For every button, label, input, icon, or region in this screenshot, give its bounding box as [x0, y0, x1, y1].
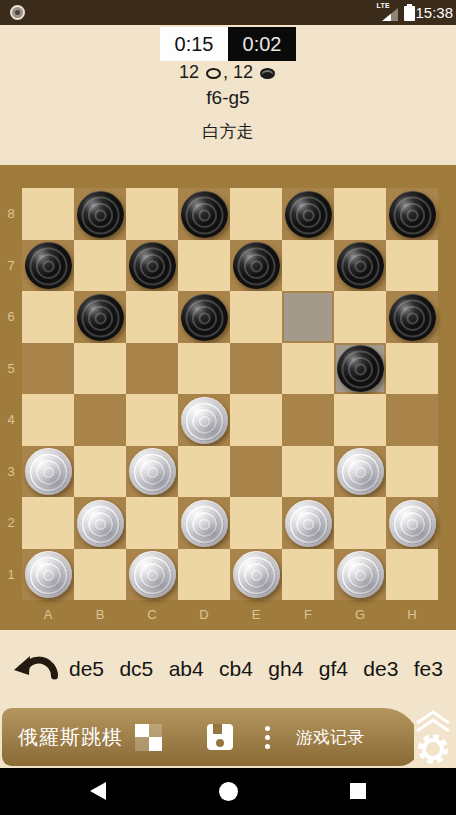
checkers-board: 87654321 ABCDEFGH	[0, 165, 456, 630]
square-h6[interactable]	[386, 291, 438, 343]
square-e5[interactable]	[230, 343, 282, 395]
rank-label-6: 6	[0, 291, 22, 343]
square-c8[interactable]	[126, 188, 178, 240]
board-grid	[22, 188, 438, 600]
square-d8[interactable]	[178, 188, 230, 240]
status-bar: LTE 15:38	[0, 0, 456, 25]
move-history-bar: de5dc5ab4cb4gh4gf4de3fe3	[0, 630, 456, 707]
file-label-C: C	[126, 605, 178, 625]
battery-icon	[404, 6, 415, 21]
square-d2[interactable]	[178, 497, 230, 549]
square-d5[interactable]	[178, 343, 230, 395]
black-count: , 12	[223, 62, 258, 82]
rank-label-8: 8	[0, 188, 22, 240]
square-g7[interactable]	[334, 240, 386, 292]
square-h3[interactable]	[386, 446, 438, 498]
black-man-g7[interactable]	[337, 242, 384, 289]
white-man-icon	[206, 68, 221, 79]
history-move-gf4[interactable]: gf4	[319, 657, 348, 681]
square-b8[interactable]	[74, 188, 126, 240]
black-man-icon	[260, 68, 275, 79]
history-move-fe3[interactable]: fe3	[414, 657, 443, 681]
square-b3[interactable]	[74, 446, 126, 498]
white-clock[interactable]: 0:15	[160, 27, 228, 61]
toolbar-bar: 俄羅斯跳棋 游戏记录	[2, 708, 420, 766]
app-title: 俄羅斯跳棋	[18, 724, 123, 751]
square-a5[interactable]	[22, 343, 74, 395]
file-label-G: G	[334, 605, 386, 625]
black-man-b8[interactable]	[77, 191, 124, 238]
square-e2[interactable]	[230, 497, 282, 549]
white-man-g1[interactable]	[337, 551, 384, 598]
rank-label-5: 5	[0, 343, 22, 395]
rank-label-3: 3	[0, 446, 22, 498]
square-b2[interactable]	[74, 497, 126, 549]
square-e7[interactable]	[230, 240, 282, 292]
square-f1[interactable]	[282, 549, 334, 601]
square-f3[interactable]	[282, 446, 334, 498]
clock-row: 0:15 0:02	[0, 25, 456, 60]
square-b4[interactable]	[74, 394, 126, 446]
square-f6[interactable]	[282, 291, 334, 343]
back-button[interactable]	[90, 782, 106, 800]
history-move-de5[interactable]: de5	[69, 657, 104, 681]
last-move: f6-g5	[0, 85, 456, 111]
history-move-de3[interactable]: de3	[363, 657, 398, 681]
square-g5[interactable]	[334, 343, 386, 395]
square-b6[interactable]	[74, 291, 126, 343]
white-man-g3[interactable]	[337, 448, 384, 495]
network-type-label: LTE	[376, 2, 390, 9]
white-man-c3[interactable]	[129, 448, 176, 495]
home-button[interactable]	[219, 782, 238, 801]
square-f4[interactable]	[282, 394, 334, 446]
history-move-ab4[interactable]: ab4	[169, 657, 204, 681]
square-h1[interactable]	[386, 549, 438, 601]
app-notification-icon	[10, 5, 25, 20]
square-e3[interactable]	[230, 446, 282, 498]
checkerboard-icon[interactable]	[135, 724, 162, 751]
square-h5[interactable]	[386, 343, 438, 395]
square-g4[interactable]	[334, 394, 386, 446]
settings-gear-icon	[411, 709, 455, 767]
app-screen: LTE 15:38 0:15 0:02 12 , 12 f6-g5 白方走 87…	[0, 0, 456, 815]
black-man-e7[interactable]	[233, 242, 280, 289]
status-time: 15:38	[415, 4, 453, 21]
black-man-d6[interactable]	[181, 294, 228, 341]
square-c5[interactable]	[126, 343, 178, 395]
white-count: 12	[179, 62, 204, 82]
black-clock[interactable]: 0:02	[228, 27, 296, 61]
file-label-D: D	[178, 605, 230, 625]
undo-icon[interactable]	[13, 654, 59, 684]
black-man-a7[interactable]	[25, 242, 72, 289]
square-e4[interactable]	[230, 394, 282, 446]
black-man-d8[interactable]	[181, 191, 228, 238]
file-label-E: E	[230, 605, 282, 625]
square-d1[interactable]	[178, 549, 230, 601]
turn-indicator: 白方走	[0, 120, 456, 144]
rank-label-4: 4	[0, 394, 22, 446]
rank-label-2: 2	[0, 497, 22, 549]
square-a4[interactable]	[22, 394, 74, 446]
square-b1[interactable]	[74, 549, 126, 601]
white-man-e1[interactable]	[233, 551, 280, 598]
square-a2[interactable]	[22, 497, 74, 549]
square-d4[interactable]	[178, 394, 230, 446]
square-h4[interactable]	[386, 394, 438, 446]
game-info: 12 , 12 f6-g5 白方走	[0, 60, 456, 144]
move-list: de5dc5ab4cb4gh4gf4de3fe3	[69, 657, 443, 681]
white-man-b2[interactable]	[77, 500, 124, 547]
square-h2[interactable]	[386, 497, 438, 549]
square-c4[interactable]	[126, 394, 178, 446]
square-a8[interactable]	[22, 188, 74, 240]
file-label-F: F	[282, 605, 334, 625]
square-c1[interactable]	[126, 549, 178, 601]
black-man-h6[interactable]	[389, 294, 436, 341]
square-g3[interactable]	[334, 446, 386, 498]
square-d6[interactable]	[178, 291, 230, 343]
history-move-gh4[interactable]: gh4	[268, 657, 303, 681]
square-c3[interactable]	[126, 446, 178, 498]
square-e6[interactable]	[230, 291, 282, 343]
square-e1[interactable]	[230, 549, 282, 601]
piece-counts: 12 , 12	[0, 60, 456, 85]
square-c2[interactable]	[126, 497, 178, 549]
square-c6[interactable]	[126, 291, 178, 343]
square-c7[interactable]	[126, 240, 178, 292]
square-b7[interactable]	[74, 240, 126, 292]
white-man-a3[interactable]	[25, 448, 72, 495]
square-d3[interactable]	[178, 446, 230, 498]
square-a3[interactable]	[22, 446, 74, 498]
square-f2[interactable]	[282, 497, 334, 549]
rank-label-1: 1	[0, 549, 22, 601]
square-g6[interactable]	[334, 291, 386, 343]
square-a7[interactable]	[22, 240, 74, 292]
save-icon[interactable]	[207, 724, 233, 750]
settings-corner[interactable]	[414, 707, 456, 768]
game-record-button[interactable]: 游戏记录	[296, 726, 364, 749]
signal-icon	[382, 8, 398, 21]
black-man-g5[interactable]	[337, 345, 384, 392]
square-a6[interactable]	[22, 291, 74, 343]
white-man-d4[interactable]	[181, 397, 228, 444]
overflow-menu-icon[interactable]	[265, 726, 270, 749]
recents-button[interactable]	[350, 783, 366, 799]
file-label-B: B	[74, 605, 126, 625]
black-man-c7[interactable]	[129, 242, 176, 289]
square-d7[interactable]	[178, 240, 230, 292]
square-g2[interactable]	[334, 497, 386, 549]
history-move-dc5[interactable]: dc5	[119, 657, 153, 681]
square-a1[interactable]	[22, 549, 74, 601]
android-nav-bar	[0, 768, 456, 815]
white-man-f2[interactable]	[285, 500, 332, 547]
black-man-h8[interactable]	[389, 191, 436, 238]
file-label-H: H	[386, 605, 438, 625]
square-g8[interactable]	[334, 188, 386, 240]
square-f7[interactable]	[282, 240, 334, 292]
square-f5[interactable]	[282, 343, 334, 395]
white-man-c1[interactable]	[129, 551, 176, 598]
square-b5[interactable]	[74, 343, 126, 395]
square-f8[interactable]	[282, 188, 334, 240]
square-h7[interactable]	[386, 240, 438, 292]
square-h8[interactable]	[386, 188, 438, 240]
white-man-h2[interactable]	[389, 500, 436, 547]
history-move-cb4[interactable]: cb4	[219, 657, 253, 681]
square-e8[interactable]	[230, 188, 282, 240]
bottom-toolbar: 俄羅斯跳棋 游戏记录	[0, 707, 456, 768]
rank-label-7: 7	[0, 240, 22, 292]
square-g1[interactable]	[334, 549, 386, 601]
black-man-f8[interactable]	[285, 191, 332, 238]
file-label-A: A	[22, 605, 74, 625]
black-man-b6[interactable]	[77, 294, 124, 341]
white-man-a1[interactable]	[25, 551, 72, 598]
white-man-d2[interactable]	[181, 500, 228, 547]
